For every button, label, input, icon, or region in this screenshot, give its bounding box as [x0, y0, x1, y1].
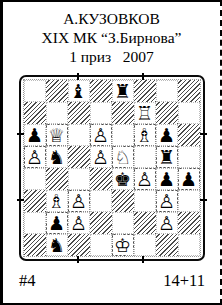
problem-card: А.КУЗОВКОВ XIX МК “З.Бирнова” 1 приз 200…	[0, 0, 222, 305]
square-g6: ♟	[156, 124, 178, 146]
square-d7	[90, 102, 112, 124]
white-bishop-b3: ♗	[47, 191, 67, 211]
square-f8	[134, 80, 156, 102]
square-h6	[178, 124, 200, 146]
white-bishop-f6: ♗	[135, 125, 155, 145]
white-pawn-c2: ♙	[69, 213, 89, 233]
square-a5: ♙	[24, 146, 46, 168]
square-d6: ♙	[90, 124, 112, 146]
black-pawn-b2: ♟	[47, 213, 67, 233]
square-e6	[112, 124, 134, 146]
black-pawn-h4: ♟	[179, 169, 199, 189]
square-a4	[24, 168, 46, 190]
frame-tick	[77, 73, 79, 80]
frame-tick	[200, 133, 207, 135]
square-g7	[156, 102, 178, 124]
square-b6: ♕	[46, 124, 68, 146]
white-pawn-c3: ♙	[69, 191, 89, 211]
square-e2	[112, 212, 134, 234]
stipulation: #4	[19, 271, 36, 291]
square-h7	[178, 102, 200, 124]
square-d4	[90, 168, 112, 190]
square-c8: ♝	[68, 80, 90, 102]
square-c6	[68, 124, 90, 146]
square-c7	[68, 102, 90, 124]
square-f5	[134, 146, 156, 168]
square-h3	[178, 190, 200, 212]
chess-board: ♝♜♖♟♕♙♗♟♙♞♙♘♜♚♙♟♟♗♙♙♟♙♙♞♔	[19, 75, 205, 261]
square-b7	[46, 102, 68, 124]
square-f7: ♖	[134, 102, 156, 124]
black-king-e4: ♚	[113, 169, 133, 189]
square-g3: ♙	[156, 190, 178, 212]
square-h5	[178, 146, 200, 168]
frame-tick	[200, 199, 207, 201]
square-a1	[24, 234, 46, 256]
square-b4	[46, 168, 68, 190]
frame-tick	[17, 133, 24, 135]
white-pawn-g3: ♙	[157, 191, 177, 211]
frame-tick	[17, 199, 24, 201]
square-d8	[90, 80, 112, 102]
white-pawn-d6: ♙	[91, 125, 111, 145]
frame-tick	[142, 256, 144, 263]
square-a6: ♟	[24, 124, 46, 146]
square-b3: ♗	[46, 190, 68, 212]
tournament-name: XIX МК “З.Бирнова”	[3, 28, 220, 47]
black-knight-b5: ♞	[47, 147, 67, 167]
chess-board-grid: ♝♜♖♟♕♙♗♟♙♞♙♘♜♚♙♟♟♗♙♙♟♙♙♞♔	[23, 79, 201, 257]
author-name: А.КУЗОВКОВ	[3, 9, 220, 28]
caption: #4 14+11	[3, 271, 220, 291]
black-pawn-a6: ♟	[25, 125, 45, 145]
square-e4: ♚	[112, 168, 134, 190]
white-pawn-a5: ♙	[25, 147, 45, 167]
material-count: 14+11	[163, 271, 205, 291]
white-rook-f7: ♖	[135, 103, 155, 123]
square-g4: ♟	[156, 168, 178, 190]
black-rook-g5: ♜	[157, 147, 177, 167]
square-h4: ♟	[178, 168, 200, 190]
square-d3	[90, 190, 112, 212]
square-c5	[68, 146, 90, 168]
square-e5: ♘	[112, 146, 134, 168]
square-e3	[112, 190, 134, 212]
square-f1	[134, 234, 156, 256]
square-g5: ♜	[156, 146, 178, 168]
square-d1	[90, 234, 112, 256]
square-h2	[178, 212, 200, 234]
square-c4	[68, 168, 90, 190]
square-e1: ♔	[112, 234, 134, 256]
square-d2	[90, 212, 112, 234]
square-b1: ♞	[46, 234, 68, 256]
black-rook-e8: ♜	[113, 81, 133, 101]
square-c1	[68, 234, 90, 256]
frame-tick	[77, 256, 79, 263]
square-g8	[156, 80, 178, 102]
square-b5: ♞	[46, 146, 68, 168]
square-h8	[178, 80, 200, 102]
square-f3	[134, 190, 156, 212]
square-a8	[24, 80, 46, 102]
square-e8: ♜	[112, 80, 134, 102]
white-knight-e5: ♘	[113, 147, 133, 167]
square-f2	[134, 212, 156, 234]
square-d5: ♙	[90, 146, 112, 168]
white-queen-b6: ♕	[47, 125, 67, 145]
frame-tick	[142, 73, 144, 80]
square-a7	[24, 102, 46, 124]
black-pawn-g6: ♟	[157, 125, 177, 145]
square-f4: ♙	[134, 168, 156, 190]
black-knight-b1: ♞	[47, 235, 67, 255]
square-h1	[178, 234, 200, 256]
square-g1	[156, 234, 178, 256]
black-bishop-c8: ♝	[69, 81, 89, 101]
white-pawn-g2: ♙	[157, 213, 177, 233]
black-pawn-g4: ♟	[157, 169, 177, 189]
square-e7	[112, 102, 134, 124]
white-king-e1: ♔	[113, 235, 133, 255]
square-b2: ♟	[46, 212, 68, 234]
square-g2: ♙	[156, 212, 178, 234]
square-c2: ♙	[68, 212, 90, 234]
header: А.КУЗОВКОВ XIX МК “З.Бирнова” 1 приз 200…	[3, 9, 220, 66]
square-b8	[46, 80, 68, 102]
white-pawn-f4: ♙	[135, 169, 155, 189]
award-year: 1 приз 2007	[3, 47, 220, 66]
square-c3: ♙	[68, 190, 90, 212]
white-pawn-d5: ♙	[91, 147, 111, 167]
square-a2	[24, 212, 46, 234]
square-f6: ♗	[134, 124, 156, 146]
square-a3	[24, 190, 46, 212]
